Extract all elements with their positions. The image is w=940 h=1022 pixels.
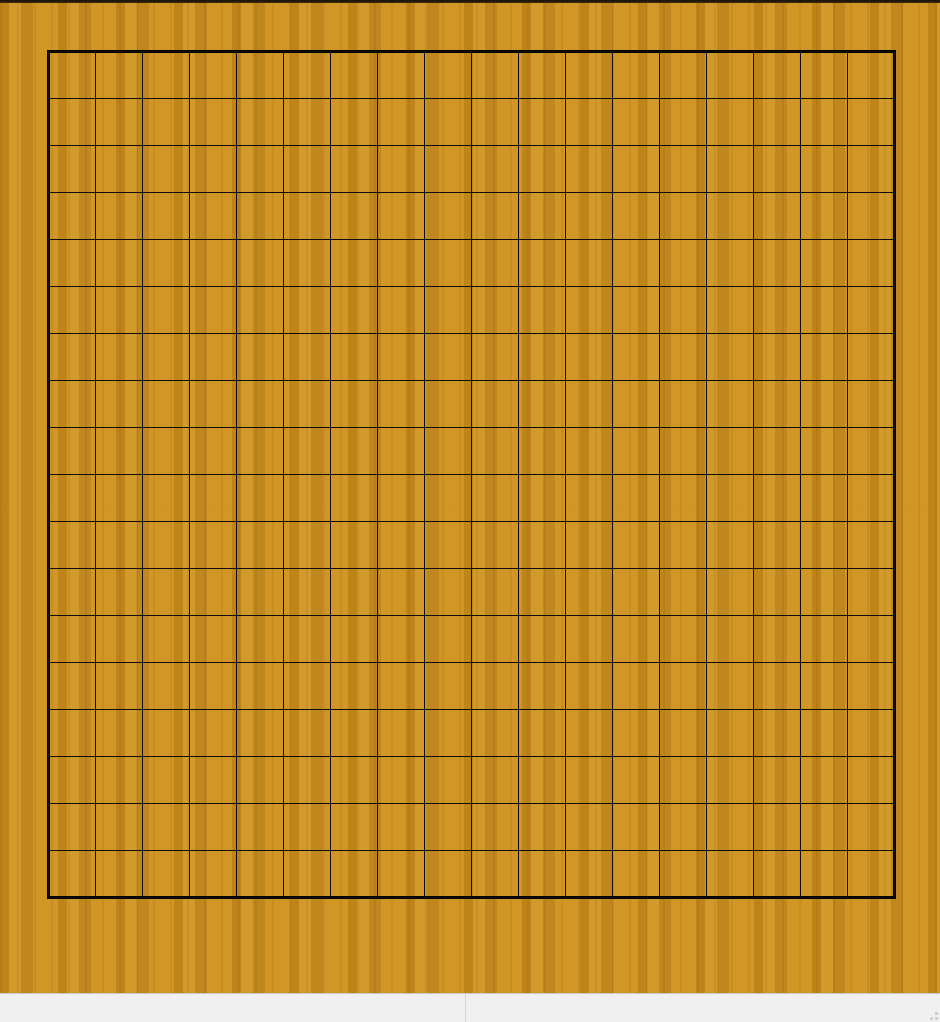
go-board[interactable] (0, 3, 940, 993)
status-separator (465, 994, 466, 1022)
resize-grip[interactable] (925, 1007, 938, 1020)
stones-layer (25, 28, 918, 921)
status-bar (0, 993, 940, 1022)
